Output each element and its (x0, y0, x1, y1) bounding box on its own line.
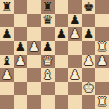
square-e3[interactable] (55, 68, 69, 82)
square-a7[interactable] (0, 14, 14, 28)
square-e6[interactable]: ♟ (55, 27, 69, 41)
black-pawn[interactable]: ♟ (69, 14, 80, 27)
square-b2[interactable] (14, 82, 28, 96)
square-d6[interactable] (41, 27, 55, 41)
square-h4[interactable]: ♟ (95, 55, 109, 69)
square-a4[interactable]: ♝ (0, 55, 14, 69)
square-g5[interactable] (82, 41, 96, 55)
square-a5[interactable] (0, 41, 14, 55)
square-a8[interactable]: ♜ (0, 0, 14, 14)
white-pawn[interactable]: ♟ (83, 55, 94, 68)
square-f7[interactable]: ♟ (68, 14, 82, 28)
white-pawn[interactable]: ♟ (69, 27, 80, 40)
square-d7[interactable]: ♛ (41, 14, 55, 28)
square-d8[interactable]: ♜ (41, 0, 55, 14)
square-a6[interactable]: ♟ (0, 27, 14, 41)
square-c4[interactable] (27, 55, 41, 69)
square-e7[interactable] (55, 14, 69, 28)
square-g3[interactable] (82, 68, 96, 82)
square-c5[interactable]: ♟ (27, 41, 41, 55)
square-e2[interactable] (55, 82, 69, 96)
white-pawn[interactable]: ♟ (28, 41, 39, 54)
black-pawn[interactable]: ♟ (1, 27, 12, 40)
square-g6[interactable]: ♟ (82, 27, 96, 41)
square-g8[interactable]: ♚ (82, 0, 96, 14)
black-pawn[interactable]: ♟ (15, 41, 26, 54)
square-b5[interactable]: ♟ (14, 41, 28, 55)
square-b1[interactable] (14, 95, 28, 109)
white-rook[interactable]: ♜ (97, 41, 108, 54)
square-h2[interactable] (95, 82, 109, 96)
black-pawn[interactable]: ♟ (83, 27, 94, 40)
square-f2[interactable] (68, 82, 82, 96)
square-h7[interactable] (95, 14, 109, 28)
square-b3[interactable] (14, 68, 28, 82)
square-h1[interactable]: ♜ (95, 95, 109, 109)
white-queen[interactable]: ♛ (42, 55, 53, 68)
square-f4[interactable] (68, 55, 82, 69)
square-e8[interactable] (55, 0, 69, 14)
white-bishop[interactable]: ♝ (42, 68, 53, 81)
black-king[interactable]: ♚ (83, 0, 94, 13)
square-f1[interactable] (68, 95, 82, 109)
square-g2[interactable]: ♚ (82, 82, 96, 96)
square-a1[interactable] (0, 95, 14, 109)
square-e5[interactable] (55, 41, 69, 55)
square-e4[interactable] (55, 55, 69, 69)
square-b4[interactable]: ♟ (14, 55, 28, 69)
square-g1[interactable] (82, 95, 96, 109)
white-pawn[interactable]: ♟ (15, 55, 26, 68)
square-c6[interactable] (27, 27, 41, 41)
chess-board: ♜♜♚♛♟♟♟♟♟♟♟♟♜♝♟♛♟♟♟♝♟♚♜ (0, 0, 109, 109)
square-h6[interactable] (95, 27, 109, 41)
black-pawn[interactable]: ♟ (42, 41, 53, 54)
square-a3[interactable]: ♟ (0, 68, 14, 82)
square-d3[interactable]: ♝ (41, 68, 55, 82)
square-h3[interactable] (95, 68, 109, 82)
square-g7[interactable] (82, 14, 96, 28)
square-a2[interactable] (0, 82, 14, 96)
white-king[interactable]: ♚ (83, 82, 94, 95)
white-pawn[interactable]: ♟ (1, 68, 12, 81)
white-rook[interactable]: ♜ (97, 95, 108, 108)
square-c1[interactable] (27, 95, 41, 109)
black-rook[interactable]: ♜ (1, 0, 12, 13)
square-f6[interactable]: ♟ (68, 27, 82, 41)
square-d2[interactable] (41, 82, 55, 96)
square-f8[interactable] (68, 0, 82, 14)
black-bishop[interactable]: ♝ (1, 55, 12, 68)
square-b7[interactable] (14, 14, 28, 28)
white-pawn[interactable]: ♟ (97, 55, 108, 68)
square-b8[interactable] (14, 0, 28, 14)
square-c3[interactable] (27, 68, 41, 82)
square-d5[interactable]: ♟ (41, 41, 55, 55)
white-pawn[interactable]: ♟ (69, 68, 80, 81)
square-b6[interactable] (14, 27, 28, 41)
square-c7[interactable] (27, 14, 41, 28)
square-g4[interactable]: ♟ (82, 55, 96, 69)
square-h8[interactable] (95, 0, 109, 14)
square-f5[interactable] (68, 41, 82, 55)
black-rook[interactable]: ♜ (42, 0, 53, 13)
black-pawn[interactable]: ♟ (56, 27, 67, 40)
square-d4[interactable]: ♛ (41, 55, 55, 69)
square-c2[interactable] (27, 82, 41, 96)
square-c8[interactable] (27, 0, 41, 14)
square-d1[interactable] (41, 95, 55, 109)
square-f3[interactable]: ♟ (68, 68, 82, 82)
black-queen[interactable]: ♛ (42, 14, 53, 27)
square-e1[interactable] (55, 95, 69, 109)
square-h5[interactable]: ♜ (95, 41, 109, 55)
